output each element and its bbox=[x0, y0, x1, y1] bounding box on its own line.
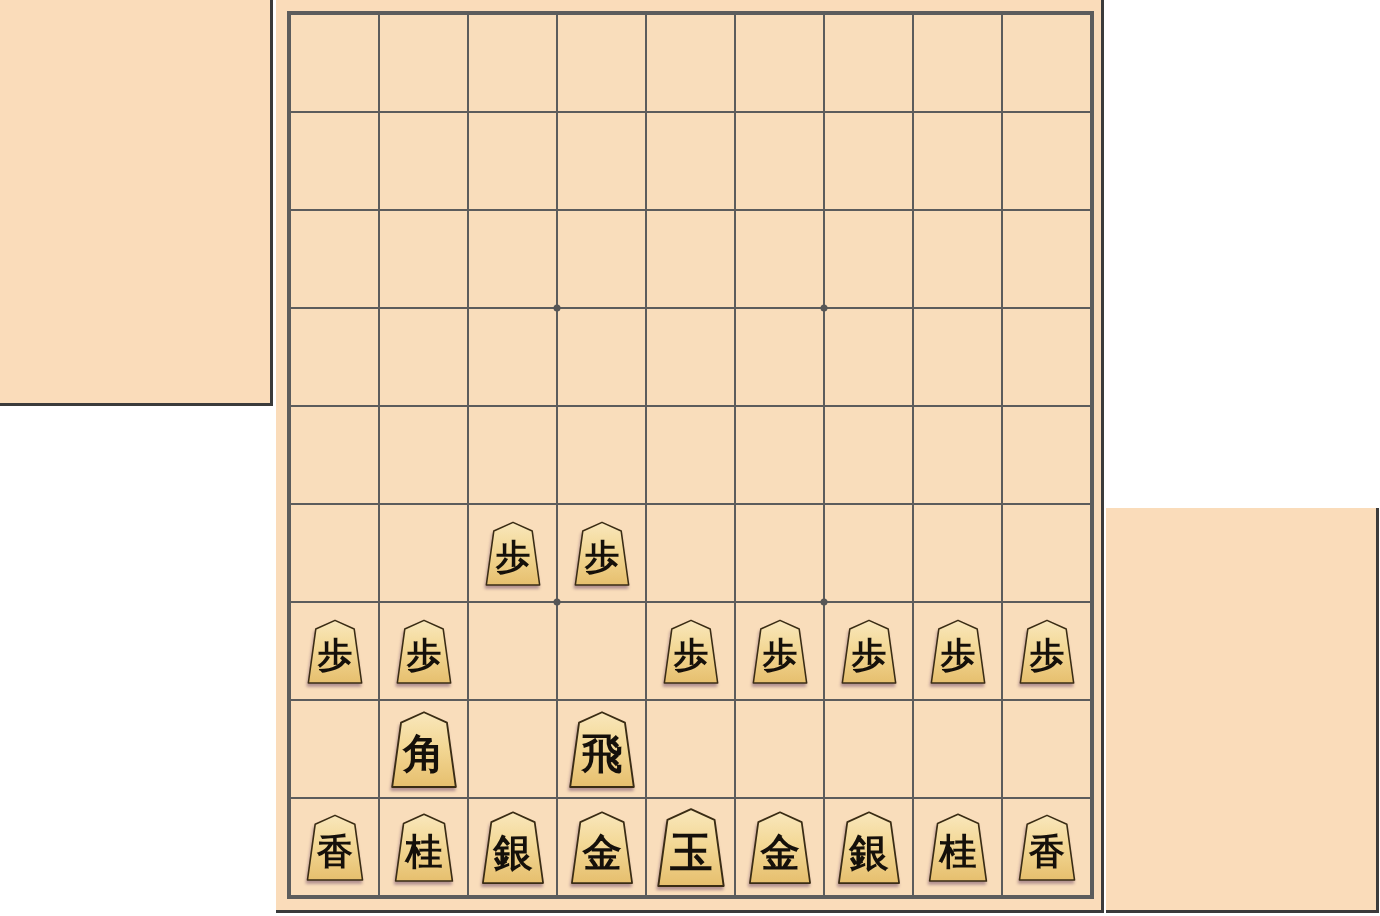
board-cell[interactable] bbox=[1003, 701, 1090, 797]
piece-kanji: 玉 bbox=[669, 827, 712, 877]
board-cell[interactable] bbox=[469, 113, 556, 209]
star-point bbox=[554, 599, 561, 606]
piece-kanji: 銀 bbox=[848, 829, 889, 875]
board-cell[interactable] bbox=[647, 211, 734, 307]
board-grid: 歩歩歩歩歩歩歩歩歩角飛香桂銀金玉金銀桂香 bbox=[287, 11, 1094, 899]
board-cell[interactable]: 歩 bbox=[647, 603, 734, 699]
piece-bishop[interactable]: 角 bbox=[387, 709, 461, 791]
piece-kanji: 金 bbox=[759, 829, 799, 875]
board-cell[interactable]: 歩 bbox=[469, 505, 556, 601]
board-cell[interactable] bbox=[469, 15, 556, 111]
board-cell[interactable] bbox=[825, 407, 912, 503]
board-cell[interactable] bbox=[736, 211, 823, 307]
board-cell[interactable] bbox=[736, 701, 823, 797]
board-cell[interactable] bbox=[914, 407, 1001, 503]
board-cell[interactable] bbox=[380, 211, 467, 307]
piece-lance[interactable]: 香 bbox=[303, 812, 367, 884]
board-cell[interactable] bbox=[736, 505, 823, 601]
board-cell[interactable] bbox=[736, 113, 823, 209]
board-cell[interactable] bbox=[825, 309, 912, 405]
board-cell[interactable]: 金 bbox=[558, 799, 645, 895]
board-cell[interactable] bbox=[291, 113, 378, 209]
board-cell[interactable] bbox=[1003, 113, 1090, 209]
board-cell[interactable]: 銀 bbox=[825, 799, 912, 895]
board-cell[interactable]: 銀 bbox=[469, 799, 556, 895]
piece-kanji: 歩 bbox=[494, 537, 530, 578]
board-cell[interactable] bbox=[558, 113, 645, 209]
piece-kanji: 歩 bbox=[672, 635, 708, 676]
board-cell[interactable] bbox=[558, 309, 645, 405]
piece-kanji: 桂 bbox=[403, 830, 442, 874]
board-cell[interactable] bbox=[380, 505, 467, 601]
piece-king[interactable]: 玉 bbox=[653, 806, 729, 890]
captured-pieces-tray-gote[interactable] bbox=[0, 0, 273, 406]
piece-kanji: 歩 bbox=[939, 635, 975, 676]
piece-knight[interactable]: 桂 bbox=[391, 811, 457, 885]
board-cell[interactable] bbox=[647, 309, 734, 405]
piece-pawn[interactable]: 歩 bbox=[927, 617, 989, 687]
star-point bbox=[821, 599, 828, 606]
board-cell[interactable] bbox=[825, 113, 912, 209]
captured-pieces-tray-sente[interactable] bbox=[1106, 508, 1379, 913]
board-cell[interactable] bbox=[558, 211, 645, 307]
board-cell[interactable]: 角 bbox=[380, 701, 467, 797]
piece-kanji: 香 bbox=[1028, 830, 1065, 872]
board-cell[interactable]: 金 bbox=[736, 799, 823, 895]
piece-kanji: 歩 bbox=[761, 635, 797, 676]
board-cell[interactable] bbox=[380, 407, 467, 503]
board-cell[interactable] bbox=[647, 15, 734, 111]
board-cell[interactable] bbox=[291, 701, 378, 797]
piece-lance[interactable]: 香 bbox=[1015, 812, 1079, 884]
board-cell[interactable] bbox=[469, 309, 556, 405]
board-cell[interactable]: 香 bbox=[1003, 799, 1090, 895]
piece-rook[interactable]: 飛 bbox=[565, 709, 639, 791]
piece-knight[interactable]: 桂 bbox=[925, 811, 991, 885]
board-cell[interactable] bbox=[825, 15, 912, 111]
piece-kanji: 香 bbox=[316, 830, 353, 872]
board-cell[interactable] bbox=[736, 15, 823, 111]
board-cell[interactable] bbox=[825, 211, 912, 307]
board-cell[interactable] bbox=[380, 113, 467, 209]
board-cell[interactable] bbox=[1003, 211, 1090, 307]
piece-gold[interactable]: 金 bbox=[745, 809, 815, 887]
shogi-board-panel: 歩歩歩歩歩歩歩歩歩角飛香桂銀金玉金銀桂香 bbox=[276, 0, 1104, 913]
piece-silver[interactable]: 銀 bbox=[478, 809, 548, 887]
piece-pawn[interactable]: 歩 bbox=[482, 519, 544, 589]
board-cell[interactable] bbox=[291, 309, 378, 405]
piece-kanji: 歩 bbox=[1028, 635, 1064, 676]
board-cell[interactable]: 歩 bbox=[380, 603, 467, 699]
piece-kanji: 飛 bbox=[580, 730, 622, 779]
board-cell[interactable]: 香 bbox=[291, 799, 378, 895]
board-cell[interactable] bbox=[914, 309, 1001, 405]
board-cell[interactable] bbox=[647, 113, 734, 209]
piece-pawn[interactable]: 歩 bbox=[660, 617, 722, 687]
board-cell[interactable] bbox=[825, 505, 912, 601]
piece-pawn[interactable]: 歩 bbox=[571, 519, 633, 589]
board-cell[interactable] bbox=[469, 211, 556, 307]
board-cell[interactable] bbox=[291, 505, 378, 601]
board-cell[interactable] bbox=[291, 15, 378, 111]
board-cell[interactable] bbox=[825, 701, 912, 797]
board-cell[interactable] bbox=[291, 407, 378, 503]
board-cell[interactable]: 歩 bbox=[291, 603, 378, 699]
board-cell[interactable] bbox=[914, 211, 1001, 307]
piece-kanji: 歩 bbox=[583, 537, 619, 578]
piece-kanji: 歩 bbox=[316, 635, 352, 676]
board-cell[interactable] bbox=[1003, 15, 1090, 111]
board-cell[interactable] bbox=[647, 701, 734, 797]
piece-pawn[interactable]: 歩 bbox=[393, 617, 455, 687]
board-cell[interactable] bbox=[647, 407, 734, 503]
piece-pawn[interactable]: 歩 bbox=[749, 617, 811, 687]
piece-pawn[interactable]: 歩 bbox=[304, 617, 366, 687]
board-cell[interactable] bbox=[914, 113, 1001, 209]
board-cell[interactable] bbox=[469, 407, 556, 503]
piece-kanji: 金 bbox=[581, 829, 621, 875]
board-cell[interactable] bbox=[1003, 505, 1090, 601]
board-cell[interactable]: 桂 bbox=[380, 799, 467, 895]
piece-pawn[interactable]: 歩 bbox=[838, 617, 900, 687]
board-cell[interactable] bbox=[736, 407, 823, 503]
star-point bbox=[821, 305, 828, 312]
piece-gold[interactable]: 金 bbox=[567, 809, 637, 887]
board-cell[interactable] bbox=[1003, 407, 1090, 503]
piece-kanji: 角 bbox=[401, 730, 444, 779]
board-cell[interactable] bbox=[558, 407, 645, 503]
piece-kanji: 桂 bbox=[937, 830, 976, 874]
board-cell[interactable] bbox=[914, 701, 1001, 797]
piece-kanji: 歩 bbox=[850, 635, 886, 676]
piece-silver[interactable]: 銀 bbox=[834, 809, 904, 887]
board-cell[interactable]: 歩 bbox=[1003, 603, 1090, 699]
board-cell[interactable]: 桂 bbox=[914, 799, 1001, 895]
board-cell[interactable]: 歩 bbox=[825, 603, 912, 699]
board-cell[interactable]: 歩 bbox=[558, 505, 645, 601]
piece-pawn[interactable]: 歩 bbox=[1016, 617, 1078, 687]
board-cell[interactable]: 歩 bbox=[736, 603, 823, 699]
board-cell[interactable] bbox=[380, 15, 467, 111]
star-point bbox=[554, 305, 561, 312]
piece-kanji: 歩 bbox=[405, 635, 441, 676]
piece-kanji: 銀 bbox=[492, 829, 533, 875]
board-cell[interactable] bbox=[914, 505, 1001, 601]
board-cell[interactable]: 飛 bbox=[558, 701, 645, 797]
board-cell[interactable] bbox=[469, 701, 556, 797]
board-cell[interactable] bbox=[469, 603, 556, 699]
board-cell[interactable] bbox=[647, 505, 734, 601]
board-cell[interactable] bbox=[558, 603, 645, 699]
board-cell[interactable] bbox=[380, 309, 467, 405]
board-cell[interactable] bbox=[291, 211, 378, 307]
board-cell[interactable] bbox=[914, 15, 1001, 111]
board-cell[interactable]: 歩 bbox=[914, 603, 1001, 699]
board-cell[interactable] bbox=[1003, 309, 1090, 405]
board-cell[interactable] bbox=[736, 309, 823, 405]
board-cell[interactable]: 玉 bbox=[647, 799, 734, 895]
shogi-app-screen: 歩歩歩歩歩歩歩歩歩角飛香桂銀金玉金銀桂香 bbox=[0, 0, 1380, 916]
board-cell[interactable] bbox=[558, 15, 645, 111]
